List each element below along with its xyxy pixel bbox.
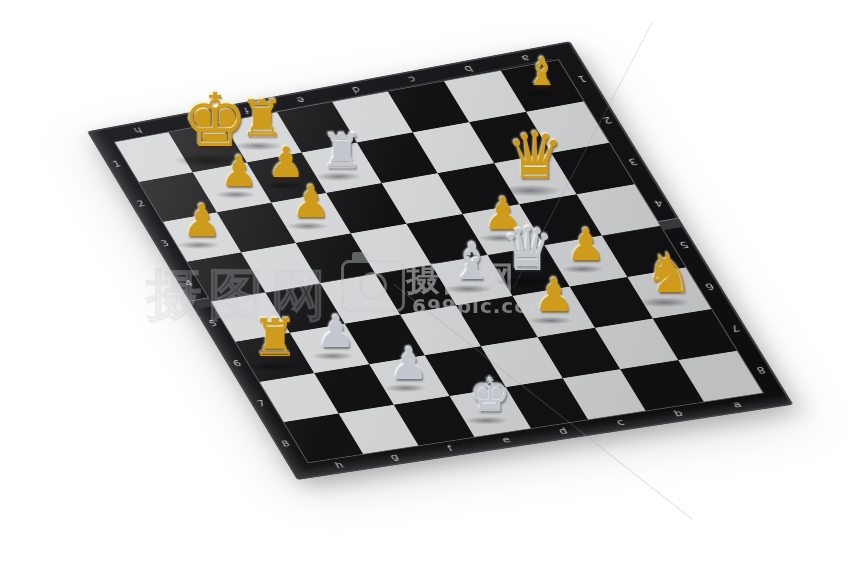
stock-photo-scene: hhggffeeddccbbaa1122334455667788 ♝♚♜♜♛♟♟… [0, 0, 860, 573]
chess-board: hhggffeeddccbbaa1122334455667788 [87, 41, 793, 480]
